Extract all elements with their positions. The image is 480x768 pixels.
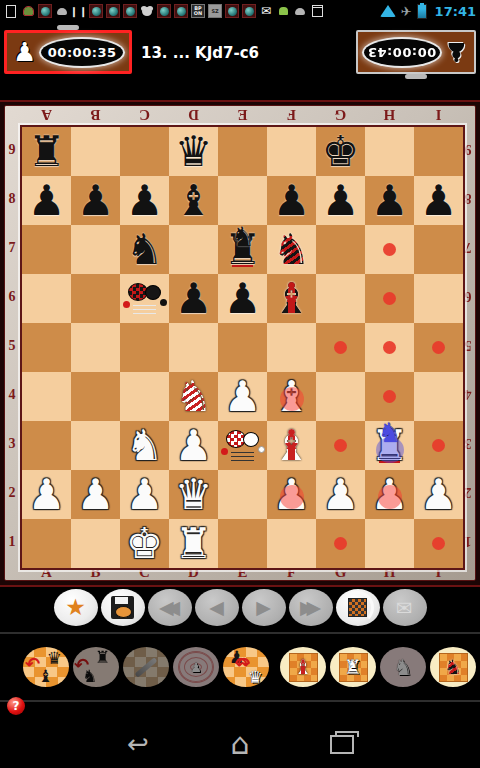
- square-i4[interactable]: [414, 372, 463, 421]
- square-f4[interactable]: ♝: [267, 372, 316, 421]
- square-c5[interactable]: [120, 323, 169, 372]
- square-a5[interactable]: [22, 323, 71, 372]
- square-e6[interactable]: ♟: [218, 274, 267, 323]
- square-b8[interactable]: ♟: [71, 176, 120, 225]
- white-pawn: ♟: [126, 470, 164, 519]
- globe-icon: [242, 4, 256, 18]
- piece-palette: ♛♝↶♜♞↶♟♟♛↷↷ ♝♜♞♞♞♟: [0, 632, 480, 702]
- file-label: F: [267, 107, 316, 123]
- defended-highlight: [280, 485, 304, 509]
- square-d5[interactable]: [169, 323, 218, 372]
- red-arrow-icon: ↶: [25, 655, 40, 672]
- black-joker: [120, 274, 169, 323]
- black-pawn: ♟: [420, 176, 458, 225]
- status-bar: ❙❙BP ONSZ✉ ✈ 17:41: [0, 0, 480, 22]
- back-icon: ◀: [209, 598, 224, 617]
- globe-icon: [106, 4, 120, 18]
- white-knight: ♞: [126, 421, 164, 470]
- legal-move-dot[interactable]: [334, 341, 347, 354]
- square-a2[interactable]: ♟: [22, 470, 71, 519]
- pause-icon: ❙❙: [72, 4, 86, 18]
- globe-icon: [225, 4, 239, 18]
- target-rings-button[interactable]: ♟: [173, 647, 219, 687]
- square-b1[interactable]: [71, 519, 120, 568]
- square-a1[interactable]: [22, 519, 71, 568]
- square-d9[interactable]: ♛: [169, 127, 218, 176]
- piece-striped-bishop-button[interactable]: ♝: [280, 647, 326, 687]
- square-a9[interactable]: ♜: [22, 127, 71, 176]
- square-i7[interactable]: [414, 225, 463, 274]
- square-e5[interactable]: [218, 323, 267, 372]
- square-i2[interactable]: ♟: [414, 470, 463, 519]
- step-back-button[interactable]: ◀: [195, 589, 239, 626]
- square-d4[interactable]: ♞: [169, 372, 218, 421]
- toolbar: ★◀◀◀▶▶▶✉: [0, 589, 480, 629]
- go-last-button[interactable]: ▶▶: [289, 589, 333, 626]
- legal-move-dot[interactable]: [383, 390, 396, 403]
- globe-icon: [89, 4, 103, 18]
- rank-label: 2: [5, 468, 19, 517]
- floppy-icon: [111, 596, 134, 619]
- square-e4[interactable]: ♟: [218, 372, 267, 421]
- square-b6[interactable]: [71, 274, 120, 323]
- rank-label: 8: [5, 174, 19, 223]
- black-striped-knight: ♞: [273, 225, 311, 274]
- rank-label: 5: [5, 321, 19, 370]
- white-striped-knight: ♞: [175, 372, 213, 421]
- square-g2[interactable]: ♟: [316, 470, 365, 519]
- square-g9[interactable]: ♚: [316, 127, 365, 176]
- square-h7[interactable]: [365, 225, 414, 274]
- square-b9[interactable]: [71, 127, 120, 176]
- clock-tab: [57, 25, 79, 30]
- square-c2[interactable]: ♟: [120, 470, 169, 519]
- square-g7[interactable]: [316, 225, 365, 274]
- android-nav-bar: ↩ ⌂: [0, 720, 480, 768]
- piece-chancellor-button[interactable]: ♜♞: [330, 647, 376, 687]
- board-frame: ABCDEFGHI ABCDEFGHI 987654321 987654321 …: [4, 105, 476, 581]
- globe-icon: [123, 4, 137, 18]
- square-c8[interactable]: ♟: [120, 176, 169, 225]
- red-arrow-icon: ↷: [235, 655, 250, 672]
- back-icon[interactable]: ↩: [120, 731, 156, 757]
- wifi-icon: [380, 5, 396, 17]
- square-f1[interactable]: [267, 519, 316, 568]
- black-pawn: ♟: [273, 176, 311, 225]
- square-i1[interactable]: [414, 519, 463, 568]
- black-king: ♚: [322, 127, 360, 176]
- bp-on-icon: BP ON: [191, 4, 205, 18]
- square-a4[interactable]: [22, 372, 71, 421]
- legal-move-dot[interactable]: [432, 341, 445, 354]
- black-pawn: ♟: [126, 176, 164, 225]
- square-h9[interactable]: [365, 127, 414, 176]
- legal-move-dot[interactable]: [383, 292, 396, 305]
- airplane-icon: ✈: [401, 4, 412, 19]
- square-f8[interactable]: ♟: [267, 176, 316, 225]
- square-i9[interactable]: [414, 127, 463, 176]
- legal-move-dot[interactable]: [383, 243, 396, 256]
- droid-icon: [293, 4, 307, 18]
- square-a6[interactable]: [22, 274, 71, 323]
- square-g3[interactable]: [316, 421, 365, 470]
- globe-icon: [38, 4, 52, 18]
- square-h6[interactable]: [365, 274, 414, 323]
- cycle-rook-knight-button[interactable]: ♜♞↶: [73, 647, 119, 687]
- step-forward-button[interactable]: ▶: [242, 589, 286, 626]
- file-label: A: [22, 107, 71, 123]
- square-e8[interactable]: [218, 176, 267, 225]
- rank-label: 4: [5, 370, 19, 419]
- white-joker: [218, 421, 267, 470]
- black-bishop: ♝: [175, 176, 213, 225]
- square-d3[interactable]: ♟: [169, 421, 218, 470]
- defended-highlight: [378, 485, 402, 509]
- app-screen: ❙❙BP ONSZ✉ ✈ 17:41 ♟ 00:00:35 13. ... KJ…: [0, 0, 480, 768]
- help-button[interactable]: ?: [7, 697, 25, 715]
- square-h8[interactable]: ♟: [365, 176, 414, 225]
- square-d8[interactable]: ♝: [169, 176, 218, 225]
- white-pawn: ♟: [420, 470, 458, 519]
- piece-black-knight-button[interactable]: ♞: [430, 647, 476, 687]
- square-h5[interactable]: [365, 323, 414, 372]
- square-e1[interactable]: [218, 519, 267, 568]
- favorite-button[interactable]: ★: [54, 589, 98, 626]
- square-c6[interactable]: [120, 274, 169, 323]
- square-f3[interactable]: ♝: [267, 421, 316, 470]
- black-knight: ♞: [126, 225, 164, 274]
- red-arrow-icon: ↶: [74, 656, 89, 673]
- square-e2[interactable]: [218, 470, 267, 519]
- cycle-queen-bishop-button[interactable]: ♛♝↶: [23, 647, 69, 687]
- square-i6[interactable]: [414, 274, 463, 323]
- black-pawn-icon: ♟: [445, 39, 468, 65]
- square-h4[interactable]: [365, 372, 414, 421]
- square-e7[interactable]: ♜♞: [218, 225, 267, 274]
- white-chancellor: ♜♞: [365, 421, 414, 470]
- bag-icon: [310, 4, 324, 18]
- rank-label: 3: [5, 419, 19, 468]
- white-king: ♚: [126, 519, 164, 568]
- white-pawn: ♟: [322, 470, 360, 519]
- defended-highlight: [280, 387, 304, 411]
- black-clock[interactable]: ♟ 00:00:43: [356, 30, 476, 74]
- legal-move-dot[interactable]: [334, 439, 347, 452]
- android-icon: [276, 4, 290, 18]
- square-h1[interactable]: [365, 519, 414, 568]
- black-queen: ♛: [175, 127, 213, 176]
- white-pawn-icon: ♟: [13, 39, 36, 65]
- white-pawn: ♟: [77, 470, 115, 519]
- rank-label: 6: [5, 272, 19, 321]
- square-i8[interactable]: ♟: [414, 176, 463, 225]
- board-area: ABCDEFGHI ABCDEFGHI 987654321 987654321 …: [0, 100, 480, 587]
- battery-icon: [417, 4, 427, 19]
- rank-label: 9: [5, 125, 19, 174]
- square-d7[interactable]: [169, 225, 218, 274]
- square-b3[interactable]: [71, 421, 120, 470]
- square-c4[interactable]: [120, 372, 169, 421]
- droid-icon: [55, 4, 69, 18]
- legal-move-dot[interactable]: [432, 537, 445, 550]
- black-pawn: ♟: [175, 274, 213, 323]
- legal-move-dot[interactable]: [432, 439, 445, 452]
- square-f6[interactable]: ♝: [267, 274, 316, 323]
- download-icon: [4, 4, 18, 18]
- square-c9[interactable]: [120, 127, 169, 176]
- square-b7[interactable]: [71, 225, 120, 274]
- square-e9[interactable]: [218, 127, 267, 176]
- file-label: B: [71, 107, 120, 123]
- rank-label: 1: [5, 517, 19, 566]
- black-pawn: ♟: [322, 176, 360, 225]
- home-icon[interactable]: ⌂: [222, 731, 258, 757]
- square-i5[interactable]: [414, 323, 463, 372]
- square-b4[interactable]: [71, 372, 120, 421]
- white-queen: ♛: [175, 470, 213, 519]
- square-g6[interactable]: [316, 274, 365, 323]
- square-h2[interactable]: ♟: [365, 470, 414, 519]
- white-rook: ♜: [175, 519, 213, 568]
- rank-label: 7: [5, 223, 19, 272]
- square-g4[interactable]: [316, 372, 365, 421]
- variant-pieces-group: ♝♜♞♞♞♟: [280, 647, 480, 687]
- file-label: D: [169, 107, 218, 123]
- skip-forward-icon: ▶▶: [300, 598, 313, 617]
- square-b5[interactable]: [71, 323, 120, 372]
- file-label: E: [218, 107, 267, 123]
- square-c7[interactable]: ♞: [120, 225, 169, 274]
- go-first-button[interactable]: ◀◀: [148, 589, 192, 626]
- square-c1[interactable]: ♚: [120, 519, 169, 568]
- square-e3[interactable]: [218, 421, 267, 470]
- square-a8[interactable]: ♟: [22, 176, 71, 225]
- black-rook: ♜: [28, 127, 66, 176]
- forward-icon: ▶: [256, 598, 271, 617]
- piece-white-knight-button[interactable]: ♞: [380, 647, 426, 687]
- square-d6[interactable]: ♟: [169, 274, 218, 323]
- android-alert-icon: [21, 4, 35, 18]
- legal-move-dot[interactable]: [334, 537, 347, 550]
- rank-labels-left: 987654321: [5, 125, 19, 566]
- clock-tab: [405, 74, 427, 79]
- edit-tools-group: ♛♝↶♜♞↶♟♟♛↷↷: [23, 647, 269, 687]
- wipe-board-button[interactable]: [123, 647, 169, 687]
- square-g5[interactable]: [316, 323, 365, 372]
- status-clock: 17:41: [435, 4, 476, 19]
- square-a7[interactable]: [22, 225, 71, 274]
- file-label: G: [316, 107, 365, 123]
- black-pawn: ♟: [224, 274, 262, 323]
- white-pawn: ♟: [224, 372, 262, 421]
- skip-back-icon: ◀◀: [159, 598, 172, 617]
- save-button[interactable]: [101, 589, 145, 626]
- last-move-text: 13. ... KJd7-c6: [90, 44, 310, 62]
- black-time: 00:00:43: [368, 45, 437, 60]
- brush-icon: [134, 657, 157, 678]
- square-c3[interactable]: ♞: [120, 421, 169, 470]
- legal-move-dot[interactable]: [383, 341, 396, 354]
- file-label: C: [120, 107, 169, 123]
- file-labels-top: ABCDEFGHI: [22, 107, 463, 123]
- black-striped-bishop: ♝: [273, 274, 311, 323]
- square-d1[interactable]: ♜: [169, 519, 218, 568]
- file-label: I: [414, 107, 463, 123]
- square-h3[interactable]: ♜♞: [365, 421, 414, 470]
- square-f5[interactable]: [267, 323, 316, 372]
- square-f7[interactable]: ♞: [267, 225, 316, 274]
- flip-board-button[interactable]: [336, 589, 380, 626]
- black-pawn: ♟: [28, 176, 66, 225]
- white-striped-bishop: ♝: [273, 421, 311, 470]
- globe-icon: [157, 4, 171, 18]
- white-pawn: ♟: [28, 470, 66, 519]
- black-pawn: ♟: [77, 176, 115, 225]
- square-i3[interactable]: [414, 421, 463, 470]
- send-mail-button[interactable]: ✉: [383, 589, 427, 626]
- square-b2[interactable]: ♟: [71, 470, 120, 519]
- envelope-icon: ✉: [396, 596, 413, 620]
- square-a3[interactable]: [22, 421, 71, 470]
- chess-board: ♜♛♚♟♟♟♝♟♟♟♟♞♜♞♞♟♟♝♞♟♝♞♟♝♜♞♟♟♟♛♟♟♟♟♚♜: [20, 125, 465, 570]
- globe-icon: [174, 4, 188, 18]
- star-icon: ★: [65, 596, 86, 619]
- square-g1[interactable]: [316, 519, 365, 568]
- file-label: H: [365, 107, 414, 123]
- white-pawn: ♟: [175, 421, 213, 470]
- recents-icon[interactable]: [324, 735, 360, 754]
- black-chancellor: ♜♞: [218, 225, 267, 274]
- gmail-icon: ✉: [259, 4, 273, 18]
- square-f2[interactable]: ♟: [267, 470, 316, 519]
- square-f9[interactable]: [267, 127, 316, 176]
- notification-icons: ❙❙BP ONSZ✉: [4, 4, 380, 18]
- bear-icon: [140, 4, 154, 18]
- square-d2[interactable]: ♛: [169, 470, 218, 519]
- square-g8[interactable]: ♟: [316, 176, 365, 225]
- sz-icon: SZ: [208, 4, 222, 18]
- black-pawn: ♟: [371, 176, 409, 225]
- swap-colors-button[interactable]: ♟♛↷↷: [223, 647, 269, 687]
